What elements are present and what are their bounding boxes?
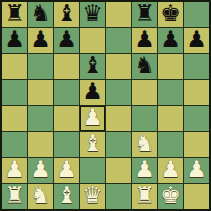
square-g1[interactable]: ♚ <box>158 184 183 209</box>
square-a8[interactable]: ♜ <box>2 2 27 27</box>
square-e5[interactable] <box>106 80 131 105</box>
square-a7[interactable]: ♟ <box>2 28 27 53</box>
black-queen-piece: ♛ <box>82 1 103 26</box>
square-d4[interactable]: ♟ <box>80 106 105 131</box>
black-knight-piece: ♞ <box>134 53 155 78</box>
square-f2[interactable]: ♟ <box>132 158 157 183</box>
square-d7[interactable] <box>80 28 105 53</box>
black-bishop-piece: ♝ <box>56 1 77 26</box>
square-f8[interactable]: ♜ <box>132 2 157 27</box>
square-f7[interactable]: ♟ <box>132 28 157 53</box>
square-g3[interactable] <box>158 132 183 157</box>
white-king-piece: ♚ <box>160 183 181 208</box>
square-c8[interactable]: ♝ <box>54 2 79 27</box>
square-g4[interactable] <box>158 106 183 131</box>
black-king-piece: ♚ <box>160 1 181 26</box>
square-b3[interactable] <box>28 132 53 157</box>
square-h1[interactable] <box>184 184 209 209</box>
square-d8[interactable]: ♛ <box>80 2 105 27</box>
chess-board: ♜♞♝♛♜♚♟♟♟♟♟♟♝♞♟♟♝♞♟♟♟♟♟♟♜♞♝♛♜♚ <box>0 0 211 211</box>
black-pawn-piece: ♟ <box>160 27 181 52</box>
white-queen-piece: ♛ <box>82 183 103 208</box>
white-pawn-piece: ♟ <box>82 105 103 130</box>
white-pawn-piece: ♟ <box>134 157 155 182</box>
black-knight-piece: ♞ <box>30 1 51 26</box>
white-pawn-piece: ♟ <box>56 157 77 182</box>
square-c7[interactable]: ♟ <box>54 28 79 53</box>
square-a3[interactable] <box>2 132 27 157</box>
square-b8[interactable]: ♞ <box>28 2 53 27</box>
square-e7[interactable] <box>106 28 131 53</box>
square-b4[interactable] <box>28 106 53 131</box>
square-h3[interactable] <box>184 132 209 157</box>
square-h7[interactable]: ♟ <box>184 28 209 53</box>
white-pawn-piece: ♟ <box>186 157 207 182</box>
square-b2[interactable]: ♟ <box>28 158 53 183</box>
black-pawn-piece: ♟ <box>134 27 155 52</box>
square-f5[interactable] <box>132 80 157 105</box>
black-pawn-piece: ♟ <box>186 27 207 52</box>
white-pawn-piece: ♟ <box>30 157 51 182</box>
white-knight-piece: ♞ <box>30 183 51 208</box>
white-bishop-piece: ♝ <box>82 131 103 156</box>
black-bishop-piece: ♝ <box>82 53 103 78</box>
square-c5[interactable] <box>54 80 79 105</box>
square-c1[interactable]: ♝ <box>54 184 79 209</box>
square-h8[interactable] <box>184 2 209 27</box>
square-a2[interactable]: ♟ <box>2 158 27 183</box>
square-e3[interactable] <box>106 132 131 157</box>
black-rook-piece: ♜ <box>134 1 155 26</box>
square-a1[interactable]: ♜ <box>2 184 27 209</box>
square-h4[interactable] <box>184 106 209 131</box>
square-a5[interactable] <box>2 80 27 105</box>
black-pawn-piece: ♟ <box>56 27 77 52</box>
square-f1[interactable]: ♜ <box>132 184 157 209</box>
square-e6[interactable] <box>106 54 131 79</box>
square-g2[interactable]: ♟ <box>158 158 183 183</box>
square-g7[interactable]: ♟ <box>158 28 183 53</box>
white-rook-piece: ♜ <box>4 183 25 208</box>
black-pawn-piece: ♟ <box>82 79 103 104</box>
black-pawn-piece: ♟ <box>4 27 25 52</box>
square-d5[interactable]: ♟ <box>80 80 105 105</box>
square-h5[interactable] <box>184 80 209 105</box>
square-d2[interactable] <box>80 158 105 183</box>
white-pawn-piece: ♟ <box>160 157 181 182</box>
square-e8[interactable] <box>106 2 131 27</box>
square-c2[interactable]: ♟ <box>54 158 79 183</box>
square-e4[interactable] <box>106 106 131 131</box>
white-pawn-piece: ♟ <box>4 157 25 182</box>
square-a4[interactable] <box>2 106 27 131</box>
square-h2[interactable]: ♟ <box>184 158 209 183</box>
square-e1[interactable] <box>106 184 131 209</box>
square-b7[interactable]: ♟ <box>28 28 53 53</box>
square-b6[interactable] <box>28 54 53 79</box>
square-f4[interactable] <box>132 106 157 131</box>
square-f3[interactable]: ♞ <box>132 132 157 157</box>
square-d1[interactable]: ♛ <box>80 184 105 209</box>
black-rook-piece: ♜ <box>4 1 25 26</box>
white-bishop-piece: ♝ <box>56 183 77 208</box>
square-d6[interactable]: ♝ <box>80 54 105 79</box>
square-g8[interactable]: ♚ <box>158 2 183 27</box>
square-g6[interactable] <box>158 54 183 79</box>
white-rook-piece: ♜ <box>134 183 155 208</box>
square-b5[interactable] <box>28 80 53 105</box>
square-b1[interactable]: ♞ <box>28 184 53 209</box>
square-c4[interactable] <box>54 106 79 131</box>
square-f6[interactable]: ♞ <box>132 54 157 79</box>
square-c3[interactable] <box>54 132 79 157</box>
square-h6[interactable] <box>184 54 209 79</box>
square-c6[interactable] <box>54 54 79 79</box>
square-e2[interactable] <box>106 158 131 183</box>
white-knight-piece: ♞ <box>134 131 155 156</box>
square-g5[interactable] <box>158 80 183 105</box>
square-d3[interactable]: ♝ <box>80 132 105 157</box>
square-a6[interactable] <box>2 54 27 79</box>
black-pawn-piece: ♟ <box>30 27 51 52</box>
